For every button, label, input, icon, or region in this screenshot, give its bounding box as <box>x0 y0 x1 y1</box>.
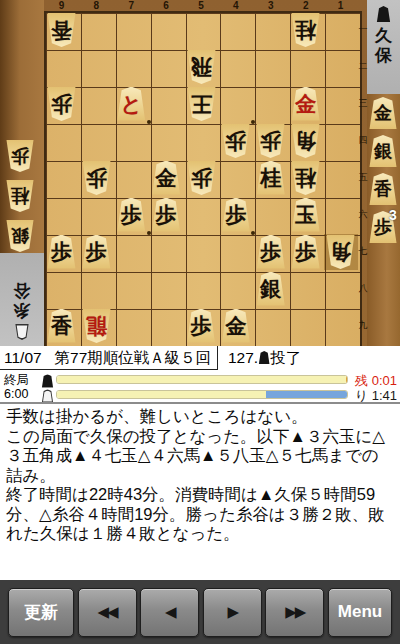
gote-name: 糸谷 <box>14 280 31 320</box>
rank-label-9: 九 <box>358 307 368 344</box>
sente-move-mark-icon <box>258 351 270 364</box>
move-text: 投了 <box>270 349 301 366</box>
app-screen: 久保 糸谷 987654321一二三四五六七八九香桂飛歩と王金歩歩角歩金歩桂桂歩… <box>0 0 400 644</box>
sente-koma-icon <box>376 6 391 22</box>
gote-clock-icon <box>41 389 54 403</box>
file-label-5: 5 <box>184 0 219 11</box>
sente-captured-count: 3 <box>389 207 397 223</box>
file-label-1: 1 <box>323 0 358 11</box>
file-label-2: 2 <box>288 0 323 11</box>
file-label-8: 8 <box>79 0 114 11</box>
playback-toolbar: 更新◀◀◀▶▶▶Menu <box>0 580 400 644</box>
file-label-7: 7 <box>114 0 149 11</box>
step-forward-icon: ▶ <box>228 603 238 621</box>
time-used-bar <box>56 375 348 384</box>
rank-label-4: 四 <box>358 122 368 159</box>
sente-player-panel: 久保 <box>367 0 400 94</box>
commentary-paragraph: 手数は掛かるが、難しいところはない。 <box>6 407 394 427</box>
rank-label-2: 二 <box>358 48 368 85</box>
current-move: 127.投了 <box>228 346 301 369</box>
rank-label-3: 三 <box>358 85 368 122</box>
gote-player-panel: 糸谷 <box>0 253 44 346</box>
star-point <box>147 231 151 235</box>
menu-button[interactable]: Menu <box>328 588 392 637</box>
step-back-icon: ◀ <box>165 603 175 621</box>
commentary-panel[interactable]: 手数は掛かるが、難しいところはない。この局面で久保の投了となった。以下▲３六玉に… <box>0 402 400 580</box>
rank-label-8: 八 <box>358 270 368 307</box>
rank-label-5: 五 <box>358 159 368 196</box>
clock-row-gote: 6:00り 1:41 <box>0 387 400 401</box>
rank-label-1: 一 <box>358 11 368 48</box>
step-back-button[interactable]: ◀ <box>140 588 199 637</box>
sente-clock-icon <box>41 374 54 388</box>
time-used-bar <box>56 390 348 399</box>
commentary-paragraph: この局面で久保の投了となった。以下▲３六玉に△３五角成▲４七玉△４六馬▲５八玉△… <box>6 427 394 486</box>
game-date: 11/07 <box>4 349 42 366</box>
fast-forward-button[interactable]: ▶▶ <box>265 588 324 637</box>
sente-name: 久保 <box>375 26 392 66</box>
commentary-paragraph: 終了時間は22時43分。消費時間は▲久保５時間59分、△糸谷４時間19分。勝った… <box>6 485 394 544</box>
fast-forward-icon: ▶▶ <box>285 603 304 621</box>
file-label-9: 9 <box>44 0 79 11</box>
header-row: 11/07 第77期順位戦Ａ級５回 127.投了 <box>0 346 400 370</box>
update-button[interactable]: 更新 <box>8 588 74 637</box>
clock-label: 6:00 <box>4 387 36 401</box>
rank-label-7: 七 <box>358 233 368 270</box>
star-point <box>147 120 151 124</box>
move-number: 127. <box>228 349 258 366</box>
game-info-bar: 11/07 第77期順位戦Ａ級５回 127.投了 終局残 0:016:00り 1… <box>0 346 400 402</box>
board-area: 久保 糸谷 987654321一二三四五六七八九香桂飛歩と王金歩歩角歩金歩桂桂歩… <box>0 0 400 346</box>
step-forward-button[interactable]: ▶ <box>203 588 262 637</box>
gote-koma-icon <box>15 324 30 340</box>
clock-row-sente: 終局残 0:01 <box>0 372 400 386</box>
file-label-4: 4 <box>218 0 253 11</box>
rewind-start-icon: ◀◀ <box>98 603 117 621</box>
file-label-6: 6 <box>149 0 184 11</box>
rank-label-6: 六 <box>358 196 368 233</box>
file-label-3: 3 <box>253 0 288 11</box>
rewind-start-button[interactable]: ◀◀ <box>78 588 137 637</box>
event-title: 11/07 第77期順位戦Ａ級５回 <box>0 346 218 370</box>
event-name: 第77期順位戦Ａ級５回 <box>55 349 212 366</box>
